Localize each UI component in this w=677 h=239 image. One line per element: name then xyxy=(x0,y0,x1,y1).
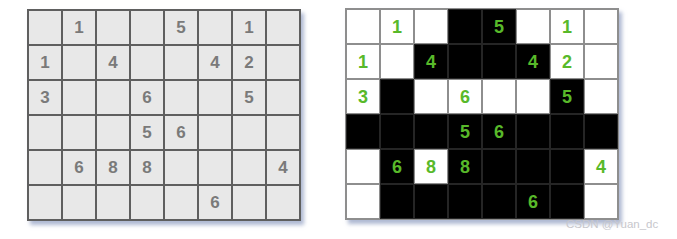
clue-cell-r2c2 xyxy=(62,45,96,80)
solution-cell-r4c7-black xyxy=(550,114,584,149)
clue-cell-r2c4 xyxy=(130,45,164,80)
clue-cell-r1c7: 1 xyxy=(232,10,266,45)
clue-cell-r1c2: 1 xyxy=(62,10,96,45)
solution-cell-r1c6-white xyxy=(516,9,550,44)
solution-cell-r1c1-white xyxy=(346,9,380,44)
clue-cell-r2c3: 4 xyxy=(96,45,130,80)
solution-cell-r4c4-black: 5 xyxy=(448,114,482,149)
solution-cell-r6c4-black xyxy=(448,184,482,219)
solution-cell-r5c8-white: 4 xyxy=(584,149,618,184)
solution-cell-r2c8-white xyxy=(584,44,618,79)
solution-cell-r6c8-white xyxy=(584,184,618,219)
clue-cell-r4c4: 5 xyxy=(130,115,164,150)
watermark: CSDN @Yuan_dc xyxy=(566,218,658,230)
clue-cell-r3c5 xyxy=(164,80,198,115)
clue-cell-r5c7 xyxy=(232,150,266,185)
clue-cell-r1c1 xyxy=(28,10,62,45)
solution-cell-r3c2-black xyxy=(380,79,414,114)
clue-cell-r4c3 xyxy=(96,115,130,150)
solution-cell-r4c1-black xyxy=(346,114,380,149)
solution-cell-r5c5-black xyxy=(482,149,516,184)
solution-cell-r4c5-black: 6 xyxy=(482,114,516,149)
clue-cell-r6c5 xyxy=(164,185,198,220)
clue-cell-r3c6 xyxy=(198,80,232,115)
solution-cell-r3c7-black: 5 xyxy=(550,79,584,114)
clue-cell-r3c1: 3 xyxy=(28,80,62,115)
clue-cell-r5c4: 8 xyxy=(130,150,164,185)
solution-cell-r4c8-black xyxy=(584,114,618,149)
solution-cell-r1c7-white: 1 xyxy=(550,9,584,44)
clue-cell-r5c8: 4 xyxy=(266,150,300,185)
solution-cell-r5c4-black: 8 xyxy=(448,149,482,184)
solution-cell-r1c2-white: 1 xyxy=(380,9,414,44)
solution-cell-r6c3-black xyxy=(414,184,448,219)
page-canvas: 15114423655668846 15114423655668846 CSDN… xyxy=(0,0,677,239)
solution-cell-r3c5-white xyxy=(482,79,516,114)
solution-cell-r6c7-black xyxy=(550,184,584,219)
clue-cell-r6c6: 6 xyxy=(198,185,232,220)
solution-cell-r3c3-white xyxy=(414,79,448,114)
solution-cell-r4c3-black xyxy=(414,114,448,149)
solution-cell-r2c4-black xyxy=(448,44,482,79)
clue-cell-r5c5 xyxy=(164,150,198,185)
solution-cell-r6c5-black xyxy=(482,184,516,219)
clue-cell-r1c4 xyxy=(130,10,164,45)
clue-cell-r2c6: 4 xyxy=(198,45,232,80)
solution-board: 15114423655668846 xyxy=(345,8,619,220)
clue-cell-r4c7 xyxy=(232,115,266,150)
clue-board: 15114423655668846 xyxy=(27,9,301,221)
clue-cell-r6c4 xyxy=(130,185,164,220)
solution-cell-r1c5-black: 5 xyxy=(482,9,516,44)
clue-cell-r5c2: 6 xyxy=(62,150,96,185)
clue-cell-r3c7: 5 xyxy=(232,80,266,115)
solution-cell-r1c4-black xyxy=(448,9,482,44)
clue-cell-r1c8 xyxy=(266,10,300,45)
clue-cell-r2c8 xyxy=(266,45,300,80)
solution-cell-r6c2-black xyxy=(380,184,414,219)
clue-cell-r6c7 xyxy=(232,185,266,220)
solution-cell-r2c3-black: 4 xyxy=(414,44,448,79)
solution-cell-r5c3-white: 8 xyxy=(414,149,448,184)
clue-cell-r2c5 xyxy=(164,45,198,80)
clue-cell-r1c5: 5 xyxy=(164,10,198,45)
solution-cell-r2c1-white: 1 xyxy=(346,44,380,79)
clue-cell-r5c6 xyxy=(198,150,232,185)
solution-cell-r5c6-black xyxy=(516,149,550,184)
clue-cell-r5c3: 8 xyxy=(96,150,130,185)
solution-cell-r3c8-white xyxy=(584,79,618,114)
clue-cell-r4c1 xyxy=(28,115,62,150)
clue-cell-r4c6 xyxy=(198,115,232,150)
clue-cell-r3c3 xyxy=(96,80,130,115)
solution-cell-r5c2-black: 6 xyxy=(380,149,414,184)
clue-cell-r4c5: 6 xyxy=(164,115,198,150)
clue-cell-r6c8 xyxy=(266,185,300,220)
solution-cell-r3c4-white: 6 xyxy=(448,79,482,114)
clue-cell-r2c7: 2 xyxy=(232,45,266,80)
solution-cell-r5c7-black xyxy=(550,149,584,184)
clue-cell-r3c4: 6 xyxy=(130,80,164,115)
solution-cell-r4c6-black xyxy=(516,114,550,149)
clue-cell-r4c2 xyxy=(62,115,96,150)
clue-cell-r1c6 xyxy=(198,10,232,45)
solution-cell-r2c2-white xyxy=(380,44,414,79)
solution-cell-r5c1-white xyxy=(346,149,380,184)
clue-cell-r6c3 xyxy=(96,185,130,220)
solution-cell-r6c6-black: 6 xyxy=(516,184,550,219)
solution-cell-r3c6-white xyxy=(516,79,550,114)
solution-cell-r3c1-white: 3 xyxy=(346,79,380,114)
clue-cell-r6c1 xyxy=(28,185,62,220)
solution-cell-r2c7-white: 2 xyxy=(550,44,584,79)
clue-cell-r6c2 xyxy=(62,185,96,220)
clue-cell-r2c1: 1 xyxy=(28,45,62,80)
solution-cell-r2c5-black xyxy=(482,44,516,79)
clue-cell-r5c1 xyxy=(28,150,62,185)
clue-cell-r4c8 xyxy=(266,115,300,150)
solution-cell-r4c2-black xyxy=(380,114,414,149)
solution-cell-r2c6-black: 4 xyxy=(516,44,550,79)
clue-cell-r3c2 xyxy=(62,80,96,115)
clue-cell-r3c8 xyxy=(266,80,300,115)
solution-cell-r1c8-white xyxy=(584,9,618,44)
clue-cell-r1c3 xyxy=(96,10,130,45)
solution-cell-r1c3-white xyxy=(414,9,448,44)
solution-cell-r6c1-white xyxy=(346,184,380,219)
